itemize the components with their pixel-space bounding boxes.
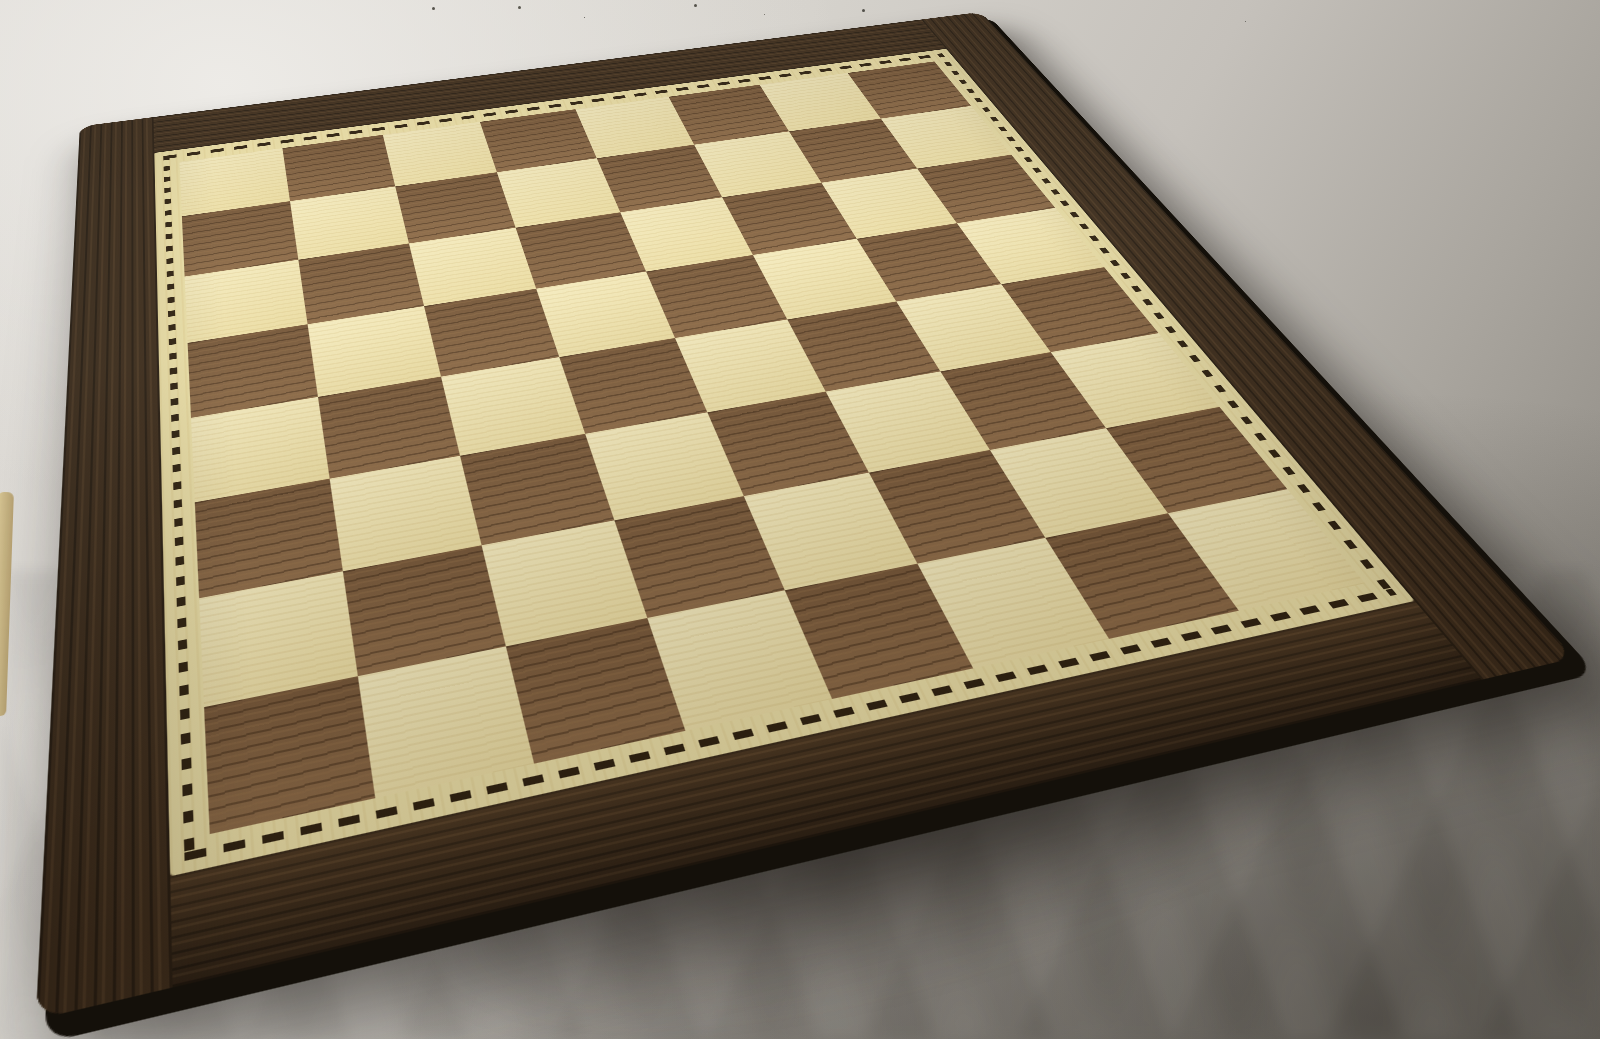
dust-specks bbox=[432, 7, 435, 10]
photo-scene bbox=[0, 0, 1600, 1039]
